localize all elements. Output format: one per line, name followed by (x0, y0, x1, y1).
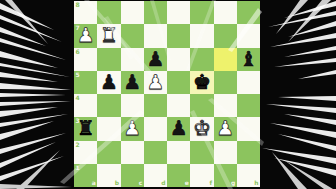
square-g4[interactable] (214, 94, 237, 117)
file-label-b: b (115, 180, 119, 186)
square-b1[interactable]: b (97, 164, 120, 187)
chess-board: 87♟♜6♟♝5♟♟♟♚43♜♟♟♚♟21abcdefgh (74, 1, 260, 187)
square-f4[interactable] (190, 94, 213, 117)
square-a8[interactable]: 8 (74, 1, 97, 24)
piece-white-pawn[interactable]: ♟ (216, 118, 234, 138)
square-g2[interactable] (214, 141, 237, 164)
square-e2[interactable] (167, 141, 190, 164)
piece-black-bishop[interactable]: ♝ (239, 49, 257, 69)
thumbnail-stage: 87♟♜6♟♝5♟♟♟♚43♜♟♟♚♟21abcdefgh (0, 0, 336, 189)
square-h6[interactable]: ♝ (237, 48, 260, 71)
square-h7[interactable] (237, 24, 260, 47)
square-g5[interactable] (214, 71, 237, 94)
square-a4[interactable]: 4 (74, 94, 97, 117)
file-label-g: g (231, 180, 235, 186)
square-h8[interactable] (237, 1, 260, 24)
square-c2[interactable] (121, 141, 144, 164)
square-b8[interactable] (97, 1, 120, 24)
square-h4[interactable] (237, 94, 260, 117)
square-c6[interactable] (121, 48, 144, 71)
file-label-c: c (139, 180, 143, 186)
square-g3[interactable]: ♟ (214, 117, 237, 140)
square-f8[interactable] (190, 1, 213, 24)
rank-label-8: 8 (76, 2, 80, 8)
rank-label-3: 3 (76, 118, 80, 124)
square-g7[interactable] (214, 24, 237, 47)
square-f5[interactable]: ♚ (190, 71, 213, 94)
square-a6[interactable]: 6 (74, 48, 97, 71)
square-g6[interactable] (214, 48, 237, 71)
square-h2[interactable] (237, 141, 260, 164)
square-c7[interactable] (121, 24, 144, 47)
piece-black-pawn[interactable]: ♟ (100, 72, 118, 92)
square-d4[interactable] (144, 94, 167, 117)
square-g1[interactable]: g (214, 164, 237, 187)
square-d3[interactable] (144, 117, 167, 140)
square-b7[interactable]: ♜ (97, 24, 120, 47)
piece-white-pawn[interactable]: ♟ (146, 72, 164, 92)
square-d8[interactable] (144, 1, 167, 24)
rank-label-2: 2 (76, 142, 80, 148)
square-g8[interactable] (214, 1, 237, 24)
rank-label-1: 1 (76, 165, 80, 171)
square-h5[interactable] (237, 71, 260, 94)
square-a7[interactable]: 7♟ (74, 24, 97, 47)
square-a5[interactable]: 5 (74, 71, 97, 94)
square-e7[interactable] (167, 24, 190, 47)
file-label-e: e (185, 180, 189, 186)
square-c5[interactable]: ♟ (121, 71, 144, 94)
square-c1[interactable]: c (121, 164, 144, 187)
square-a3[interactable]: 3♜ (74, 117, 97, 140)
rank-label-6: 6 (76, 49, 80, 55)
piece-black-pawn[interactable]: ♟ (170, 118, 188, 138)
piece-white-rook[interactable]: ♜ (100, 25, 118, 45)
piece-black-pawn[interactable]: ♟ (123, 72, 141, 92)
piece-white-pawn[interactable]: ♟ (123, 118, 141, 138)
square-f3[interactable]: ♚ (190, 117, 213, 140)
square-e5[interactable] (167, 71, 190, 94)
square-e8[interactable] (167, 1, 190, 24)
square-a1[interactable]: 1a (74, 164, 97, 187)
square-h1[interactable]: h (237, 164, 260, 187)
square-b6[interactable] (97, 48, 120, 71)
square-d5[interactable]: ♟ (144, 71, 167, 94)
square-h3[interactable] (237, 117, 260, 140)
square-e1[interactable]: e (167, 164, 190, 187)
square-f6[interactable] (190, 48, 213, 71)
square-f7[interactable] (190, 24, 213, 47)
rank-label-4: 4 (76, 95, 80, 101)
piece-black-pawn[interactable]: ♟ (146, 49, 164, 69)
square-d1[interactable]: d (144, 164, 167, 187)
square-c4[interactable] (121, 94, 144, 117)
square-d2[interactable] (144, 141, 167, 164)
square-a2[interactable]: 2 (74, 141, 97, 164)
rank-label-7: 7 (76, 25, 80, 31)
square-b5[interactable]: ♟ (97, 71, 120, 94)
file-label-h: h (254, 180, 258, 186)
square-b4[interactable] (97, 94, 120, 117)
square-b3[interactable] (97, 117, 120, 140)
square-f1[interactable]: f (190, 164, 213, 187)
file-label-f: f (209, 180, 212, 186)
square-e6[interactable] (167, 48, 190, 71)
square-b2[interactable] (97, 141, 120, 164)
square-c3[interactable]: ♟ (121, 117, 144, 140)
square-d7[interactable] (144, 24, 167, 47)
square-d6[interactable]: ♟ (144, 48, 167, 71)
piece-white-king[interactable]: ♚ (193, 118, 211, 138)
piece-black-king[interactable]: ♚ (193, 72, 211, 92)
square-e4[interactable] (167, 94, 190, 117)
rank-label-5: 5 (76, 72, 80, 78)
file-label-a: a (92, 180, 96, 186)
square-f2[interactable] (190, 141, 213, 164)
file-label-d: d (161, 180, 165, 186)
square-c8[interactable] (121, 1, 144, 24)
square-e3[interactable]: ♟ (167, 117, 190, 140)
